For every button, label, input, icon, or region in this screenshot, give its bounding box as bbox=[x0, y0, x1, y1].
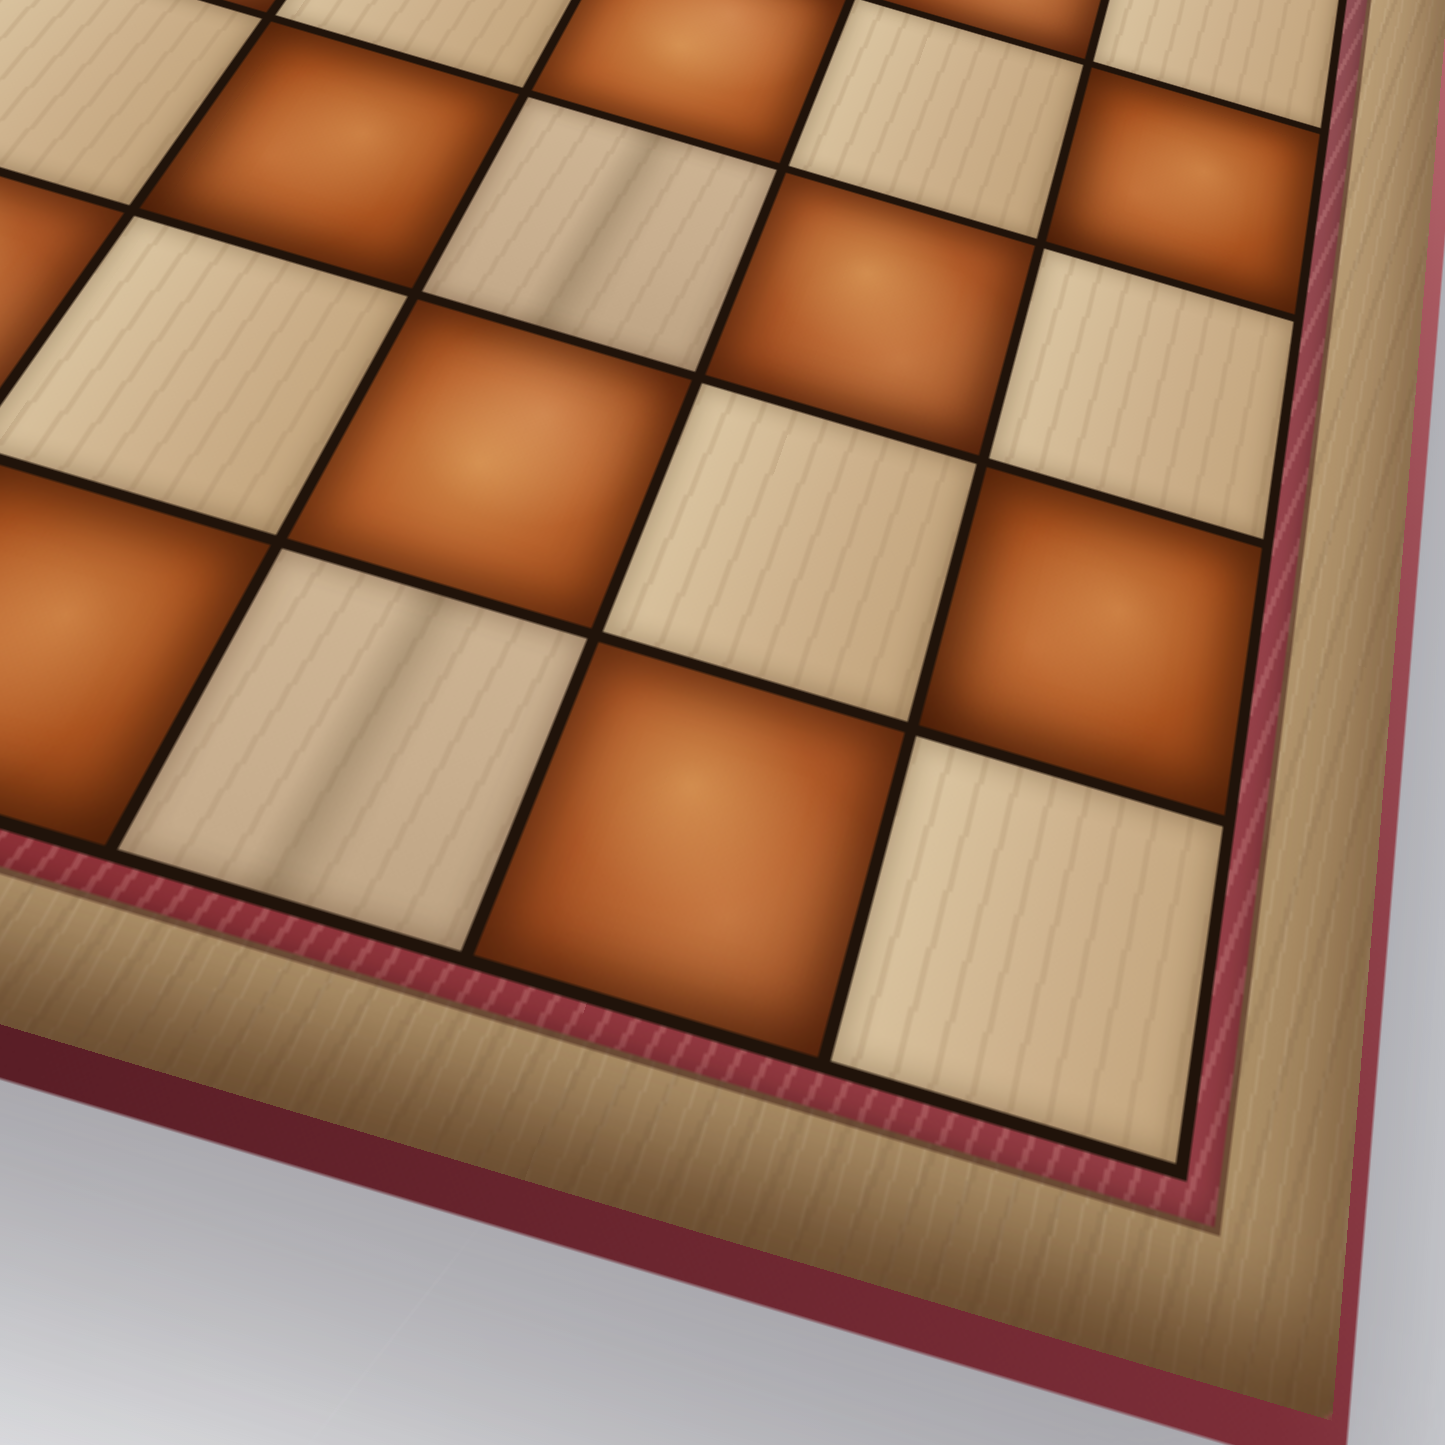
board-trim-stripe bbox=[0, 0, 1415, 1227]
board-squares bbox=[0, 0, 1391, 1164]
photo-scene bbox=[0, 0, 1445, 1445]
square-h1 bbox=[831, 736, 1223, 1164]
